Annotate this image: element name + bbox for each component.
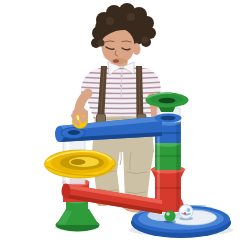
clear-marble xyxy=(179,205,193,219)
blue-collar-right-hole xyxy=(161,116,176,121)
product-photo xyxy=(0,0,250,250)
spiral-dish xyxy=(45,150,116,178)
blue-collar-left-hole xyxy=(68,130,80,135)
scene-illustration xyxy=(0,0,250,250)
red-ramp-cap xyxy=(62,184,71,199)
green-ball xyxy=(164,210,175,221)
hand-and-ball xyxy=(72,106,87,128)
mouth xyxy=(113,59,119,63)
